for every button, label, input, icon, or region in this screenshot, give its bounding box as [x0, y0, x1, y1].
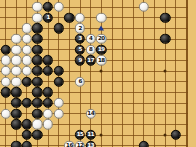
- white-stone: [0, 108, 10, 118]
- move-number: 4: [89, 36, 92, 42]
- white-stone: 16: [64, 141, 74, 147]
- white-stone: [54, 108, 64, 118]
- black-stone: [22, 130, 32, 140]
- black-stone: [11, 119, 21, 129]
- black-stone: [32, 87, 42, 97]
- grid-line-vertical: [133, 0, 134, 147]
- white-stone: [22, 34, 32, 44]
- star-point: [164, 134, 167, 137]
- white-stone: [11, 66, 21, 76]
- white-stone: [43, 119, 53, 129]
- black-stone: [22, 76, 32, 86]
- move-number: 5: [78, 47, 81, 53]
- grid-line-vertical: [122, 0, 123, 147]
- white-stone: [22, 23, 32, 33]
- black-stone: [171, 130, 181, 140]
- black-stone: [22, 119, 32, 129]
- grid-line-vertical: [112, 0, 113, 147]
- black-stone: [139, 141, 149, 147]
- move-number: 20: [98, 36, 105, 42]
- black-stone: [32, 34, 42, 44]
- move-number: 2: [78, 26, 81, 32]
- black-stone: 15: [75, 130, 85, 140]
- black-stone: [0, 87, 10, 97]
- white-stone: [22, 55, 32, 65]
- black-stone: 5: [75, 44, 85, 54]
- triangle-marker: [98, 26, 104, 31]
- black-stone: [11, 141, 21, 147]
- white-stone: [22, 66, 32, 76]
- move-number: 3: [78, 36, 81, 42]
- white-stone: [11, 44, 21, 54]
- grid-line-vertical: [143, 0, 144, 147]
- black-stone: [64, 12, 74, 22]
- black-stone: [22, 141, 32, 147]
- board-right-edge-line: [186, 0, 188, 147]
- white-stone: 14: [85, 108, 95, 118]
- move-number: 16: [66, 143, 73, 147]
- black-stone: 13: [85, 141, 95, 147]
- white-stone: 4: [85, 34, 95, 44]
- move-number: 14: [87, 111, 94, 117]
- white-stone: [11, 55, 21, 65]
- star-point: [100, 134, 103, 137]
- white-stone: [22, 44, 32, 54]
- black-stone: [43, 2, 53, 12]
- move-number: 13: [87, 143, 94, 147]
- black-stone: [32, 98, 42, 108]
- white-stone: [32, 12, 42, 22]
- black-stone: [43, 55, 53, 65]
- black-stone: [43, 98, 53, 108]
- white-stone: [0, 76, 10, 86]
- white-stone: [96, 12, 106, 22]
- star-point: [100, 70, 103, 73]
- black-stone: [54, 66, 64, 76]
- black-stone: [160, 12, 170, 22]
- grid-line-horizontal: [0, 92, 188, 93]
- white-stone: [11, 34, 21, 44]
- white-stone: 2: [75, 23, 85, 33]
- white-stone: [0, 66, 10, 76]
- move-number: 8: [89, 47, 92, 53]
- white-stone: [0, 55, 10, 65]
- grid-line-vertical: [90, 0, 91, 147]
- black-stone: [32, 76, 42, 86]
- black-stone: 1: [43, 12, 53, 22]
- black-stone: [22, 98, 32, 108]
- go-board[interactable]: 1234205819917186141511161213: [0, 0, 196, 147]
- grid-line-vertical: [175, 0, 176, 147]
- black-stone: [32, 108, 42, 118]
- black-stone: [43, 87, 53, 97]
- white-stone: [32, 119, 42, 129]
- white-stone: 8: [85, 44, 95, 54]
- black-stone: [32, 23, 42, 33]
- black-stone: [0, 44, 10, 54]
- white-stone: [43, 108, 53, 118]
- move-number: 19: [98, 47, 105, 53]
- black-stone: [32, 44, 42, 54]
- white-stone: 12: [75, 141, 85, 147]
- move-number: 12: [77, 143, 84, 147]
- move-number: 1: [46, 15, 49, 21]
- grid-line-vertical: [154, 0, 155, 147]
- white-stone: [11, 76, 21, 86]
- black-stone: [54, 76, 64, 86]
- black-stone: 9: [75, 55, 85, 65]
- star-point: [164, 70, 167, 73]
- move-number: 6: [78, 79, 81, 85]
- black-stone: [32, 55, 42, 65]
- black-stone: [32, 130, 42, 140]
- black-stone: [160, 34, 170, 44]
- white-stone: 6: [75, 76, 85, 86]
- black-stone: [54, 23, 64, 33]
- white-stone: [139, 2, 149, 12]
- black-stone: [11, 98, 21, 108]
- white-stone: [54, 2, 64, 12]
- white-stone: [32, 2, 42, 12]
- move-number: 18: [98, 58, 105, 64]
- black-stone: 11: [85, 130, 95, 140]
- black-stone: [43, 66, 53, 76]
- white-stone: [75, 12, 85, 22]
- move-number: 11: [87, 132, 94, 138]
- move-number: 17: [87, 58, 94, 64]
- black-stone: [11, 108, 21, 118]
- black-stone: 19: [96, 44, 106, 54]
- black-stone: [32, 66, 42, 76]
- black-stone: 17: [85, 55, 95, 65]
- white-stone: 20: [96, 34, 106, 44]
- move-number: 15: [77, 132, 84, 138]
- grid-line-horizontal: [0, 7, 188, 8]
- black-stone: 3: [75, 34, 85, 44]
- white-stone: [54, 98, 64, 108]
- move-number: 9: [78, 58, 81, 64]
- white-stone: 18: [96, 55, 106, 65]
- black-stone: [11, 87, 21, 97]
